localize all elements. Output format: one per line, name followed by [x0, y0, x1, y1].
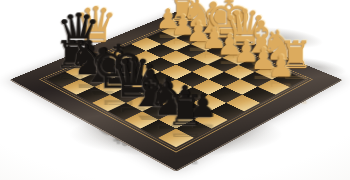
product-photo-scene: ♜♞♝♛♚♝♞♜♟♟♟♟♟♟♟♟♟♟♟♟♟♟♟♟♜♞♝♛♚♝♞♜ ♛♛: [0, 0, 350, 180]
square-e4: [160, 65, 192, 80]
extra-black-queen: ♛: [48, 7, 109, 57]
piece-white-knight: ♞: [169, 0, 228, 33]
piece-white-rook: ♜: [154, 0, 212, 27]
board-perspective-wrapper: ♜♞♝♛♚♝♞♜♟♟♟♟♟♟♟♟♟♟♟♟♟♟♟♟♜♞♝♛♚♝♞♜ ♛♛: [58, 0, 294, 180]
board-squares: ♜♞♝♛♚♝♞♜♟♟♟♟♟♟♟♟♟♟♟♟♟♟♟♟♜♞♝♛♚♝♞♜: [47, 25, 304, 147]
chess-board: ♜♞♝♛♚♝♞♜♟♟♟♟♟♟♟♟♟♟♟♟♟♟♟♟♜♞♝♛♚♝♞♜ ♛♛: [9, 12, 343, 172]
extra-white-queen: ♛: [65, 0, 126, 49]
